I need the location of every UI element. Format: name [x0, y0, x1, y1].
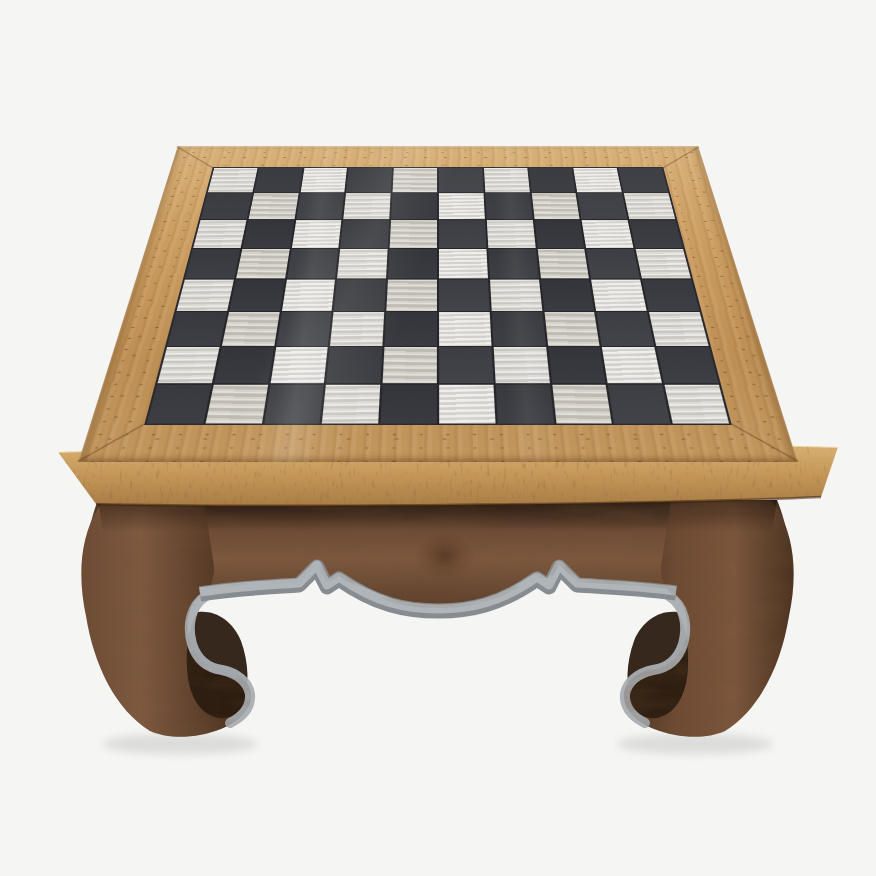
board-square — [657, 347, 719, 383]
board-square — [282, 280, 336, 311]
board-square — [602, 347, 662, 383]
board-square — [264, 385, 324, 424]
board-square — [214, 347, 274, 383]
board-square — [383, 347, 437, 383]
right-foot-shadow — [617, 734, 773, 754]
board-square — [534, 220, 584, 248]
board-square — [330, 312, 384, 346]
board-square — [185, 249, 240, 278]
board-square — [270, 347, 328, 383]
board-square — [326, 347, 382, 383]
board-square — [276, 312, 332, 346]
board-square — [665, 385, 729, 424]
board-square — [222, 312, 280, 346]
board-square — [291, 220, 341, 248]
board-square — [208, 168, 258, 192]
board-square — [193, 220, 246, 248]
board-square — [649, 312, 708, 346]
board-square — [177, 280, 234, 311]
photo-background — [0, 0, 876, 876]
board-square — [541, 280, 595, 311]
board-square — [296, 193, 345, 219]
board-square — [537, 249, 589, 278]
board-square — [642, 280, 699, 311]
board-square — [205, 385, 267, 424]
board-square — [236, 249, 289, 278]
board-square — [493, 347, 549, 383]
board-square — [229, 280, 284, 311]
board-square — [490, 280, 542, 311]
board-square — [630, 220, 683, 248]
board-square — [619, 168, 669, 192]
board-square — [624, 193, 675, 219]
board-square — [597, 312, 655, 346]
board-square — [582, 220, 634, 248]
board-square — [574, 168, 622, 192]
board-square — [578, 193, 628, 219]
board-square — [495, 385, 553, 424]
base-wood-grain — [60, 495, 820, 755]
board-square — [158, 347, 220, 383]
board-square — [492, 312, 546, 346]
board-square — [322, 385, 380, 424]
board-square — [531, 193, 580, 219]
left-foot-shadow — [102, 734, 258, 754]
board-square — [548, 347, 606, 383]
board-square — [636, 249, 691, 278]
board-square — [254, 168, 302, 192]
board-square — [485, 193, 532, 219]
board-square — [587, 249, 640, 278]
board-square — [344, 193, 391, 219]
miter-seam — [176, 146, 213, 168]
board-square — [439, 312, 491, 346]
board-square — [385, 312, 437, 346]
board-square — [591, 280, 646, 311]
board-square — [608, 385, 670, 424]
board-square — [167, 312, 226, 346]
board-square — [248, 193, 298, 219]
board-square — [439, 280, 489, 311]
board-square — [393, 168, 437, 192]
miter-seam — [662, 146, 699, 168]
board-square — [341, 220, 390, 248]
board-square — [439, 249, 488, 278]
board-square — [488, 249, 538, 278]
board-square — [287, 249, 339, 278]
checkerboard — [144, 167, 732, 425]
board-square — [337, 249, 387, 278]
board-square — [439, 168, 483, 192]
board-square — [487, 220, 536, 248]
board-square — [242, 220, 294, 248]
board-square — [439, 347, 493, 383]
board-square — [484, 168, 530, 192]
board-square — [147, 385, 211, 424]
board-square — [529, 168, 576, 192]
board-square — [439, 385, 495, 424]
board-square — [439, 193, 485, 219]
board-square — [388, 249, 437, 278]
board-square — [334, 280, 386, 311]
board-square — [391, 193, 437, 219]
board-square — [387, 280, 437, 311]
board-square — [346, 168, 392, 192]
tabletop-frame — [78, 146, 797, 462]
board-square — [381, 385, 437, 424]
board-square — [300, 168, 347, 192]
board-square — [390, 220, 437, 248]
board-square — [439, 220, 486, 248]
board-square — [201, 193, 252, 219]
board-square — [544, 312, 600, 346]
board-square — [552, 385, 612, 424]
